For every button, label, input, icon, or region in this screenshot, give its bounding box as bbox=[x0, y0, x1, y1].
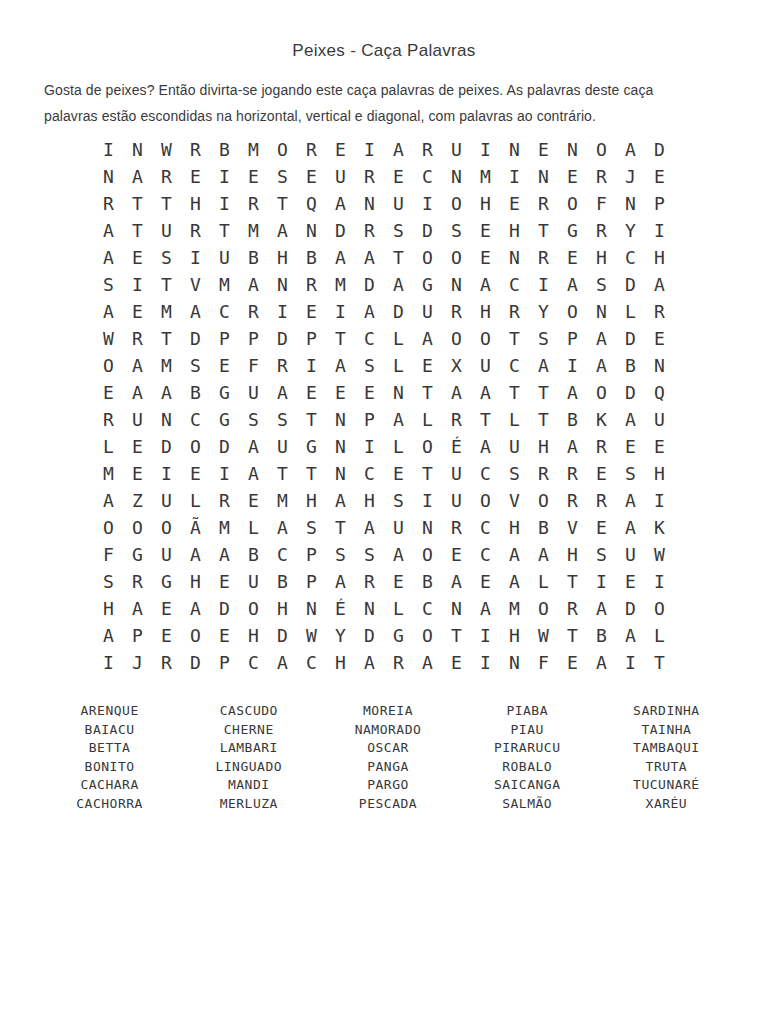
grid-cell: T bbox=[529, 379, 558, 406]
grid-cell: U bbox=[326, 163, 355, 190]
grid-cell: R bbox=[645, 298, 674, 325]
grid-cell: I bbox=[587, 568, 616, 595]
grid-cell: A bbox=[587, 595, 616, 622]
grid-cell: W bbox=[297, 622, 326, 649]
grid-cell: A bbox=[239, 433, 268, 460]
grid-cell: O bbox=[442, 244, 471, 271]
grid-cell: R bbox=[94, 406, 123, 433]
grid-cell: P bbox=[123, 622, 152, 649]
grid-cell: A bbox=[587, 649, 616, 676]
grid-cell: S bbox=[587, 541, 616, 568]
grid-cell: N bbox=[355, 595, 384, 622]
grid-cell: I bbox=[297, 352, 326, 379]
grid-cell: É bbox=[442, 433, 471, 460]
grid-cell: H bbox=[181, 190, 210, 217]
grid-cell: E bbox=[123, 298, 152, 325]
grid-cell: I bbox=[268, 298, 297, 325]
grid-cell: I bbox=[210, 460, 239, 487]
grid-cell: A bbox=[239, 460, 268, 487]
grid-cell: O bbox=[442, 325, 471, 352]
grid-cell: I bbox=[558, 352, 587, 379]
grid-cell: R bbox=[529, 244, 558, 271]
grid-cell: Y bbox=[326, 622, 355, 649]
grid-cell: O bbox=[471, 325, 500, 352]
grid-cell: E bbox=[645, 163, 674, 190]
grid-cell: D bbox=[355, 271, 384, 298]
grid-cell: E bbox=[297, 163, 326, 190]
grid-cell: T bbox=[152, 190, 181, 217]
grid-cell: E bbox=[239, 163, 268, 190]
grid-cell: L bbox=[384, 433, 413, 460]
word-item: MOREIA bbox=[318, 702, 457, 721]
grid-cell: R bbox=[558, 595, 587, 622]
grid-cell: R bbox=[123, 568, 152, 595]
grid-cell: G bbox=[297, 433, 326, 460]
grid-cell: C bbox=[471, 460, 500, 487]
grid-cell: W bbox=[645, 541, 674, 568]
grid-cell: U bbox=[123, 406, 152, 433]
grid-cell: I bbox=[616, 649, 645, 676]
grid-cell: A bbox=[268, 379, 297, 406]
grid-cell: R bbox=[558, 460, 587, 487]
grid-cell: R bbox=[152, 163, 181, 190]
grid-cell: O bbox=[413, 622, 442, 649]
grid-cell: R bbox=[123, 325, 152, 352]
grid-cell: T bbox=[500, 325, 529, 352]
grid-cell: A bbox=[94, 244, 123, 271]
word-item: CHERNE bbox=[179, 721, 318, 740]
grid-cell: T bbox=[413, 460, 442, 487]
word-item: PIABA bbox=[458, 702, 597, 721]
grid-cell: S bbox=[384, 487, 413, 514]
grid-cell: O bbox=[413, 244, 442, 271]
grid-cell: H bbox=[500, 514, 529, 541]
grid-cell: N bbox=[268, 271, 297, 298]
grid-cell: A bbox=[181, 595, 210, 622]
grid-cell: M bbox=[268, 487, 297, 514]
grid-cell: I bbox=[645, 568, 674, 595]
word-item: PIRARUCU bbox=[458, 739, 597, 758]
grid-cell: K bbox=[587, 406, 616, 433]
grid-cell: N bbox=[94, 163, 123, 190]
grid-cell: D bbox=[210, 433, 239, 460]
grid-cell: L bbox=[529, 568, 558, 595]
grid-cell: E bbox=[297, 298, 326, 325]
grid-cell: A bbox=[326, 244, 355, 271]
grid-cell: N bbox=[326, 406, 355, 433]
grid-cell: A bbox=[181, 541, 210, 568]
grid-cell: O bbox=[94, 352, 123, 379]
grid-cell: H bbox=[94, 595, 123, 622]
grid-cell: P bbox=[210, 325, 239, 352]
grid-cell: D bbox=[616, 271, 645, 298]
grid-cell: B bbox=[413, 568, 442, 595]
grid-cell: G bbox=[210, 406, 239, 433]
grid-cell: A bbox=[123, 352, 152, 379]
grid-cell: E bbox=[413, 352, 442, 379]
grid-cell: M bbox=[210, 514, 239, 541]
grid-cell: A bbox=[471, 379, 500, 406]
grid-cell: T bbox=[152, 271, 181, 298]
grid-cell: A bbox=[471, 271, 500, 298]
grid-cell: O bbox=[268, 136, 297, 163]
grid-cell: N bbox=[616, 190, 645, 217]
grid-cell: M bbox=[152, 298, 181, 325]
grid-cell: O bbox=[645, 595, 674, 622]
grid-cell: H bbox=[268, 595, 297, 622]
grid-cell: S bbox=[181, 352, 210, 379]
grid-cell: O bbox=[529, 487, 558, 514]
grid-cell: E bbox=[181, 460, 210, 487]
grid-cell: S bbox=[355, 352, 384, 379]
grid-cell: E bbox=[326, 379, 355, 406]
page-title: Peixes - Caça Palavras bbox=[0, 41, 768, 61]
word-item: BONITO bbox=[40, 758, 179, 777]
grid-cell: E bbox=[152, 622, 181, 649]
grid-cell: H bbox=[471, 298, 500, 325]
word-item: OSCAR bbox=[318, 739, 457, 758]
grid-cell: T bbox=[471, 406, 500, 433]
grid-cell: Y bbox=[616, 217, 645, 244]
grid-cell: H bbox=[645, 460, 674, 487]
grid-cell: A bbox=[645, 271, 674, 298]
grid-cell: R bbox=[355, 568, 384, 595]
grid-cell: E bbox=[94, 379, 123, 406]
grid-cell: H bbox=[529, 433, 558, 460]
grid-cell: C bbox=[500, 271, 529, 298]
grid-cell: A bbox=[384, 136, 413, 163]
grid-cell: A bbox=[616, 514, 645, 541]
word-list-column-3: MOREIANAMORADOOSCARPANGAPARGOPESCADA bbox=[318, 702, 457, 814]
grid-cell: N bbox=[587, 298, 616, 325]
grid-cell: R bbox=[558, 487, 587, 514]
grid-cell: D bbox=[355, 622, 384, 649]
grid-cell: A bbox=[616, 406, 645, 433]
grid-cell: K bbox=[645, 514, 674, 541]
grid-cell: R bbox=[442, 514, 471, 541]
grid-cell: R bbox=[587, 433, 616, 460]
grid-cell: G bbox=[384, 622, 413, 649]
grid-cell: A bbox=[384, 541, 413, 568]
grid-cell: C bbox=[471, 541, 500, 568]
grid-cell: E bbox=[123, 433, 152, 460]
grid-cell: S bbox=[442, 217, 471, 244]
grid-cell: D bbox=[616, 325, 645, 352]
grid-cell: R bbox=[355, 163, 384, 190]
word-item: TRUTA bbox=[597, 758, 736, 777]
grid-cell: R bbox=[384, 649, 413, 676]
grid-cell: G bbox=[210, 379, 239, 406]
grid-cell: I bbox=[471, 649, 500, 676]
grid-cell: A bbox=[587, 325, 616, 352]
grid-cell: S bbox=[587, 271, 616, 298]
grid-cell: B bbox=[239, 541, 268, 568]
grid-cell: A bbox=[587, 352, 616, 379]
grid-cell: L bbox=[384, 325, 413, 352]
description-line-1: Gosta de peixes? Então divirta-se jogand… bbox=[44, 77, 744, 103]
word-item: PARGO bbox=[318, 776, 457, 795]
grid-cell: F bbox=[239, 352, 268, 379]
grid-cell: E bbox=[152, 595, 181, 622]
grid-cell: O bbox=[181, 433, 210, 460]
grid-cell: T bbox=[326, 514, 355, 541]
grid-cell: A bbox=[123, 595, 152, 622]
grid-cell: A bbox=[500, 568, 529, 595]
grid-cell: F bbox=[94, 541, 123, 568]
grid-cell: G bbox=[152, 568, 181, 595]
grid-cell: E bbox=[558, 244, 587, 271]
grid-cell: W bbox=[529, 622, 558, 649]
grid-cell: U bbox=[152, 217, 181, 244]
grid-cell: E bbox=[645, 433, 674, 460]
grid-cell: A bbox=[268, 514, 297, 541]
grid-cell: C bbox=[471, 514, 500, 541]
grid-cell: L bbox=[181, 487, 210, 514]
grid-cell: E bbox=[442, 649, 471, 676]
word-item: TUCUNARÉ bbox=[597, 776, 736, 795]
grid-cell: U bbox=[500, 433, 529, 460]
grid-cell: R bbox=[210, 487, 239, 514]
grid-cell: O bbox=[413, 433, 442, 460]
grid-cell: O bbox=[123, 514, 152, 541]
grid-cell: D bbox=[181, 649, 210, 676]
grid-cell: I bbox=[413, 190, 442, 217]
grid-cell: S bbox=[94, 568, 123, 595]
grid-cell: Y bbox=[529, 298, 558, 325]
grid-cell: R bbox=[297, 136, 326, 163]
grid-cell: T bbox=[442, 622, 471, 649]
grid-cell: U bbox=[413, 298, 442, 325]
grid-cell: I bbox=[413, 487, 442, 514]
grid-cell: H bbox=[587, 244, 616, 271]
grid-cell: R bbox=[529, 460, 558, 487]
grid-cell: T bbox=[326, 325, 355, 352]
grid-cell: A bbox=[94, 487, 123, 514]
grid-cell: P bbox=[297, 568, 326, 595]
grid-cell: T bbox=[123, 190, 152, 217]
grid-cell: U bbox=[152, 487, 181, 514]
grid-cell: C bbox=[239, 649, 268, 676]
grid-cell: D bbox=[616, 379, 645, 406]
word-item: PIAU bbox=[458, 721, 597, 740]
grid-cell: A bbox=[529, 352, 558, 379]
grid-cell: E bbox=[616, 568, 645, 595]
grid-cell: M bbox=[152, 352, 181, 379]
grid-cell: C bbox=[355, 460, 384, 487]
grid-cell: S bbox=[268, 163, 297, 190]
grid-cell: U bbox=[210, 244, 239, 271]
grid-cell: A bbox=[616, 136, 645, 163]
grid-cell: B bbox=[239, 244, 268, 271]
grid-cell: A bbox=[413, 325, 442, 352]
grid-cell: M bbox=[239, 217, 268, 244]
grid-cell: T bbox=[413, 379, 442, 406]
word-search-grid: INWRBMOREIARUINENOADNAREIESEURECNMINERJE… bbox=[94, 136, 674, 676]
grid-cell: A bbox=[326, 568, 355, 595]
grid-cell: I bbox=[355, 136, 384, 163]
grid-cell: R bbox=[181, 136, 210, 163]
grid-cell: H bbox=[645, 244, 674, 271]
grid-cell: C bbox=[355, 325, 384, 352]
grid-cell: S bbox=[94, 271, 123, 298]
grid-cell: C bbox=[616, 244, 645, 271]
grid-cell: T bbox=[123, 217, 152, 244]
grid-cell: L bbox=[239, 514, 268, 541]
grid-cell: N bbox=[500, 136, 529, 163]
grid-cell: A bbox=[326, 352, 355, 379]
word-list-column-2: CASCUDOCHERNELAMBARILINGUADOMANDIMERLUZA bbox=[179, 702, 318, 814]
grid-cell: A bbox=[94, 298, 123, 325]
grid-cell: E bbox=[181, 163, 210, 190]
grid-cell: A bbox=[326, 190, 355, 217]
grid-cell: Ã bbox=[181, 514, 210, 541]
grid-cell: E bbox=[210, 568, 239, 595]
grid-cell: E bbox=[500, 190, 529, 217]
grid-cell: U bbox=[442, 136, 471, 163]
grid-cell: E bbox=[210, 622, 239, 649]
grid-cell: P bbox=[210, 649, 239, 676]
word-item: MERLUZA bbox=[179, 795, 318, 814]
grid-cell: N bbox=[442, 163, 471, 190]
grid-cell: N bbox=[500, 244, 529, 271]
grid-cell: I bbox=[94, 136, 123, 163]
grid-cell: G bbox=[413, 271, 442, 298]
grid-cell: T bbox=[152, 325, 181, 352]
grid-cell: R bbox=[529, 190, 558, 217]
grid-cell: T bbox=[268, 460, 297, 487]
grid-cell: D bbox=[645, 136, 674, 163]
grid-cell: V bbox=[181, 271, 210, 298]
grid-cell: N bbox=[297, 217, 326, 244]
grid-cell: S bbox=[326, 541, 355, 568]
grid-cell: A bbox=[442, 568, 471, 595]
grid-cell: I bbox=[94, 649, 123, 676]
grid-cell: Z bbox=[123, 487, 152, 514]
grid-cell: U bbox=[152, 541, 181, 568]
grid-cell: L bbox=[500, 406, 529, 433]
grid-cell: O bbox=[529, 595, 558, 622]
grid-cell: S bbox=[152, 244, 181, 271]
grid-cell: G bbox=[123, 541, 152, 568]
grid-cell: T bbox=[268, 190, 297, 217]
grid-cell: V bbox=[500, 487, 529, 514]
grid-cell: I bbox=[529, 271, 558, 298]
grid-cell: B bbox=[558, 406, 587, 433]
grid-cell: N bbox=[558, 136, 587, 163]
grid-cell: O bbox=[181, 622, 210, 649]
word-list-column-5: SARDINHATAINHATAMBAQUITRUTATUCUNARÉXARÉU bbox=[597, 702, 736, 814]
grid-cell: N bbox=[442, 595, 471, 622]
grid-cell: T bbox=[529, 406, 558, 433]
grid-cell: R bbox=[587, 217, 616, 244]
word-item: BAIACU bbox=[40, 721, 179, 740]
grid-cell: A bbox=[558, 379, 587, 406]
grid-cell: R bbox=[355, 217, 384, 244]
grid-cell: W bbox=[152, 136, 181, 163]
grid-cell: A bbox=[326, 487, 355, 514]
grid-cell: R bbox=[500, 298, 529, 325]
grid-cell: M bbox=[500, 595, 529, 622]
grid-cell: X bbox=[442, 352, 471, 379]
grid-cell: N bbox=[123, 136, 152, 163]
grid-cell: É bbox=[326, 595, 355, 622]
grid-cell: A bbox=[181, 298, 210, 325]
grid-cell: T bbox=[297, 460, 326, 487]
grid-cell: R bbox=[297, 271, 326, 298]
grid-cell: T bbox=[210, 217, 239, 244]
grid-cell: A bbox=[442, 379, 471, 406]
grid-cell: R bbox=[239, 190, 268, 217]
grid-cell: A bbox=[413, 649, 442, 676]
grid-cell: I bbox=[355, 433, 384, 460]
word-item: SAICANGA bbox=[458, 776, 597, 795]
grid-cell: S bbox=[268, 406, 297, 433]
grid-cell: A bbox=[384, 271, 413, 298]
grid-cell: N bbox=[355, 190, 384, 217]
word-item: PANGA bbox=[318, 758, 457, 777]
grid-cell: L bbox=[384, 595, 413, 622]
word-list-column-1: ARENQUEBAIACUBETTABONITOCACHARACACHORRA bbox=[40, 702, 179, 814]
grid-cell: P bbox=[239, 325, 268, 352]
grid-cell: M bbox=[94, 460, 123, 487]
grid-cell: U bbox=[239, 568, 268, 595]
description-line-2: palavras estão escondidas na horizontal,… bbox=[44, 103, 744, 129]
grid-cell: D bbox=[152, 433, 181, 460]
grid-cell: A bbox=[94, 217, 123, 244]
grid-cell: A bbox=[152, 379, 181, 406]
grid-cell: I bbox=[645, 487, 674, 514]
word-item: LAMBARI bbox=[179, 739, 318, 758]
grid-cell: I bbox=[326, 298, 355, 325]
grid-cell: R bbox=[181, 217, 210, 244]
grid-cell: D bbox=[181, 325, 210, 352]
grid-cell: S bbox=[355, 541, 384, 568]
grid-cell: A bbox=[558, 433, 587, 460]
grid-cell: J bbox=[123, 649, 152, 676]
grid-cell: O bbox=[471, 487, 500, 514]
word-item: CASCUDO bbox=[179, 702, 318, 721]
grid-cell: R bbox=[442, 406, 471, 433]
grid-cell: S bbox=[500, 460, 529, 487]
grid-cell: P bbox=[558, 325, 587, 352]
grid-cell: U bbox=[442, 487, 471, 514]
grid-cell: G bbox=[558, 217, 587, 244]
grid-cell: L bbox=[616, 298, 645, 325]
grid-cell: B bbox=[529, 514, 558, 541]
grid-cell: F bbox=[587, 190, 616, 217]
grid-cell: N bbox=[500, 649, 529, 676]
grid-cell: Q bbox=[297, 190, 326, 217]
grid-cell: O bbox=[239, 595, 268, 622]
grid-cell: C bbox=[181, 406, 210, 433]
grid-cell: U bbox=[384, 190, 413, 217]
grid-cell: N bbox=[297, 595, 326, 622]
grid-cell: A bbox=[94, 622, 123, 649]
word-item: ARENQUE bbox=[40, 702, 179, 721]
grid-cell: M bbox=[471, 163, 500, 190]
grid-cell: A bbox=[123, 379, 152, 406]
grid-cell: A bbox=[558, 271, 587, 298]
grid-cell: A bbox=[355, 649, 384, 676]
grid-cell: H bbox=[500, 622, 529, 649]
grid-cell: B bbox=[181, 379, 210, 406]
grid-cell: P bbox=[297, 541, 326, 568]
grid-cell: A bbox=[384, 406, 413, 433]
grid-cell: E bbox=[326, 136, 355, 163]
grid-cell: L bbox=[384, 352, 413, 379]
grid-cell: T bbox=[500, 379, 529, 406]
grid-cell: H bbox=[355, 487, 384, 514]
